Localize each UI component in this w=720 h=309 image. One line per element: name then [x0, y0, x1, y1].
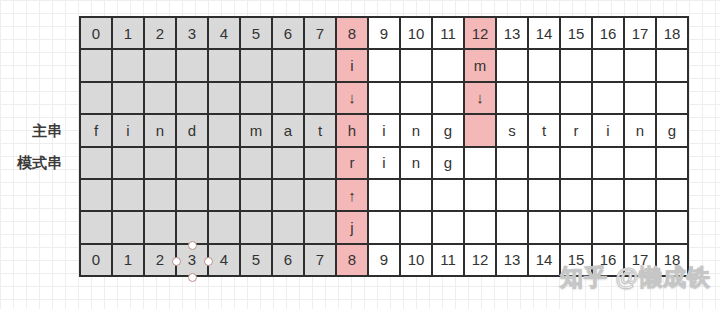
j-pointer-row-cell-11	[433, 212, 465, 244]
top-index-row-cell-15: 15	[561, 18, 593, 50]
bottom-index-row-cell-11: 11	[433, 245, 465, 277]
pointer-letter-row-cell-8: i	[337, 50, 369, 82]
main-string-row-cell-13: s	[497, 115, 529, 147]
j-pointer-row-cell-5	[241, 212, 273, 244]
pattern-string-row-cell-10: n	[401, 148, 433, 180]
up-arrow-row-cell-0	[81, 180, 113, 212]
pattern-string-row-cell-5	[241, 148, 273, 180]
main-string-row-cell-5: m	[241, 115, 273, 147]
pointer-letter-row-cell-1	[113, 50, 145, 82]
pattern-string-row-cell-11: g	[433, 148, 465, 180]
top-index-row-cell-14: 14	[529, 18, 561, 50]
pointer-letter-row-cell-15	[561, 50, 593, 82]
top-index-row-cell-13: 13	[497, 18, 529, 50]
main-string-row-cell-2: n	[145, 115, 177, 147]
up-arrow-row-cell-13	[497, 180, 529, 212]
main-string-row-cell-14: t	[529, 115, 561, 147]
top-index-row-cell-7: 7	[305, 18, 337, 50]
up-arrow-row-cell-10	[401, 180, 433, 212]
main-string-row-cell-7: t	[305, 115, 337, 147]
main-string-row-cell-6: a	[273, 115, 305, 147]
down-arrow-row-cell-13	[497, 83, 529, 115]
pattern-string-row-cell-9: i	[369, 148, 401, 180]
up-arrow-row-cell-12	[465, 180, 497, 212]
up-arrow-row-cell-5	[241, 180, 273, 212]
pointer-letter-row-cell-7	[305, 50, 337, 82]
down-arrow-row-cell-5	[241, 83, 273, 115]
down-arrow-row-cell-6	[273, 83, 305, 115]
up-arrow-row-cell-17	[625, 180, 657, 212]
main-string-row-cell-10: n	[401, 115, 433, 147]
main-string-row-cell-12	[465, 115, 497, 147]
up-arrow-row-cell-9	[369, 180, 401, 212]
main-string-row-cell-15: r	[561, 115, 593, 147]
pattern-string-row-cell-18	[657, 148, 689, 180]
down-arrow-row-cell-14	[529, 83, 561, 115]
pointer-letter-row-cell-18	[657, 50, 689, 82]
main-string-row-cell-3: d	[177, 115, 209, 147]
pattern-string-row-cell-0	[81, 148, 113, 180]
pointer-letter-row-cell-2	[145, 50, 177, 82]
pointer-letter-row-cell-5	[241, 50, 273, 82]
down-arrow-row-cell-3	[177, 83, 209, 115]
down-arrow-row-cell-17	[625, 83, 657, 115]
top-index-row-cell-17: 17	[625, 18, 657, 50]
matching-grid: 0123456789101112131415161718im↓↓findmath…	[79, 16, 689, 277]
pointer-letter-row-cell-12: m	[465, 50, 497, 82]
main-string-row-cell-4	[209, 115, 241, 147]
up-arrow-row-cell-2	[145, 180, 177, 212]
top-index-row-cell-1: 1	[113, 18, 145, 50]
top-index-row-cell-8: 8	[337, 18, 369, 50]
pointer-letter-row-cell-10	[401, 50, 433, 82]
down-arrow-row-cell-1	[113, 83, 145, 115]
pattern-string-row-cell-4	[209, 148, 241, 180]
j-pointer-row-cell-0	[81, 212, 113, 244]
down-arrow-row-cell-12: ↓	[465, 83, 497, 115]
pattern-string-row-cell-16	[593, 148, 625, 180]
pointer-letter-row-cell-13	[497, 50, 529, 82]
up-arrow-row-cell-18	[657, 180, 689, 212]
main-string-row-cell-8: h	[337, 115, 369, 147]
pointer-letter-row-cell-11	[433, 50, 465, 82]
top-index-row-cell-16: 16	[593, 18, 625, 50]
pattern-string-row-cell-17	[625, 148, 657, 180]
pattern-string-row-cell-1	[113, 148, 145, 180]
j-pointer-row-cell-8: j	[337, 212, 369, 244]
bottom-index-row-cell-6: 6	[273, 245, 305, 277]
pattern-string-row-cell-13	[497, 148, 529, 180]
up-arrow-row-cell-16	[593, 180, 625, 212]
j-pointer-row-cell-15	[561, 212, 593, 244]
pointer-letter-row-cell-0	[81, 50, 113, 82]
selection-handle-bottom[interactable]	[188, 273, 197, 282]
up-arrow-row-cell-1	[113, 180, 145, 212]
selection-handle-right[interactable]	[204, 257, 213, 266]
j-pointer-row-cell-1	[113, 212, 145, 244]
bottom-index-row-cell-5: 5	[241, 245, 273, 277]
j-pointer-row-cell-3	[177, 212, 209, 244]
selection-handle-top[interactable]	[188, 241, 197, 250]
bottom-index-row-cell-7: 7	[305, 245, 337, 277]
pointer-letter-row-cell-14	[529, 50, 561, 82]
top-index-row-cell-10: 10	[401, 18, 433, 50]
top-index-row-cell-0: 0	[81, 18, 113, 50]
down-arrow-row-cell-0	[81, 83, 113, 115]
main-string-row-cell-16: i	[593, 115, 625, 147]
main-string-row-cell-1: i	[113, 115, 145, 147]
down-arrow-row-cell-2	[145, 83, 177, 115]
j-pointer-row-cell-12	[465, 212, 497, 244]
bottom-index-row-cell-1: 1	[113, 245, 145, 277]
bottom-index-row-cell-0: 0	[81, 245, 113, 277]
pattern-string-row-cell-14	[529, 148, 561, 180]
up-arrow-row-cell-7	[305, 180, 337, 212]
j-pointer-row-cell-13	[497, 212, 529, 244]
j-pointer-row-cell-7	[305, 212, 337, 244]
top-index-row-cell-12: 12	[465, 18, 497, 50]
down-arrow-row-cell-11	[433, 83, 465, 115]
main-string-label: 主串	[0, 122, 62, 140]
main-string-row-cell-9: i	[369, 115, 401, 147]
pointer-letter-row-cell-3	[177, 50, 209, 82]
pointer-letter-row-cell-6	[273, 50, 305, 82]
main-string-row-cell-17: n	[625, 115, 657, 147]
j-pointer-row-cell-2	[145, 212, 177, 244]
up-arrow-row-cell-11	[433, 180, 465, 212]
main-string-row-cell-0: f	[81, 115, 113, 147]
pattern-string-row-cell-7	[305, 148, 337, 180]
down-arrow-row-cell-7	[305, 83, 337, 115]
main-string-row-cell-11: g	[433, 115, 465, 147]
up-arrow-row-cell-8: ↑	[337, 180, 369, 212]
up-arrow-row-cell-3	[177, 180, 209, 212]
bottom-index-row-cell-4: 4	[209, 245, 241, 277]
j-pointer-row-cell-6	[273, 212, 305, 244]
down-arrow-row-cell-8: ↓	[337, 83, 369, 115]
top-index-row-cell-6: 6	[273, 18, 305, 50]
bottom-index-row-cell-14: 14	[529, 245, 561, 277]
pattern-string-label: 模式串	[0, 154, 62, 172]
pointer-letter-row-cell-9	[369, 50, 401, 82]
bottom-index-row-cell-12: 12	[465, 245, 497, 277]
j-pointer-row-cell-4	[209, 212, 241, 244]
j-pointer-row-cell-10	[401, 212, 433, 244]
top-index-row-cell-11: 11	[433, 18, 465, 50]
pattern-string-row-cell-2	[145, 148, 177, 180]
bottom-index-row-cell-8: 8	[337, 245, 369, 277]
j-pointer-row-cell-14	[529, 212, 561, 244]
top-index-row-cell-3: 3	[177, 18, 209, 50]
bottom-index-row-cell-9: 9	[369, 245, 401, 277]
pointer-letter-row-cell-4	[209, 50, 241, 82]
top-index-row-cell-9: 9	[369, 18, 401, 50]
selection-handle-left[interactable]	[172, 257, 181, 266]
pattern-string-row-cell-12	[465, 148, 497, 180]
up-arrow-row-cell-14	[529, 180, 561, 212]
top-index-row-cell-18: 18	[657, 18, 689, 50]
up-arrow-row-cell-15	[561, 180, 593, 212]
j-pointer-row-cell-9	[369, 212, 401, 244]
j-pointer-row-cell-18	[657, 212, 689, 244]
down-arrow-row-cell-9	[369, 83, 401, 115]
pattern-string-row-cell-3	[177, 148, 209, 180]
down-arrow-row-cell-15	[561, 83, 593, 115]
down-arrow-row-cell-10	[401, 83, 433, 115]
pointer-letter-row-cell-17	[625, 50, 657, 82]
down-arrow-row-cell-4	[209, 83, 241, 115]
bottom-index-row-cell-10: 10	[401, 245, 433, 277]
main-string-row-cell-18: g	[657, 115, 689, 147]
bottom-index-row-cell-13: 13	[497, 245, 529, 277]
top-index-row-cell-4: 4	[209, 18, 241, 50]
down-arrow-row-cell-16	[593, 83, 625, 115]
pattern-string-row-cell-15	[561, 148, 593, 180]
watermark: 知乎 @懒成铁	[560, 262, 711, 293]
pattern-string-row-cell-8: r	[337, 148, 369, 180]
up-arrow-row-cell-4	[209, 180, 241, 212]
pointer-letter-row-cell-16	[593, 50, 625, 82]
top-index-row-cell-5: 5	[241, 18, 273, 50]
top-index-row-cell-2: 2	[145, 18, 177, 50]
pattern-string-row-cell-6	[273, 148, 305, 180]
j-pointer-row-cell-17	[625, 212, 657, 244]
down-arrow-row-cell-18	[657, 83, 689, 115]
j-pointer-row-cell-16	[593, 212, 625, 244]
up-arrow-row-cell-6	[273, 180, 305, 212]
